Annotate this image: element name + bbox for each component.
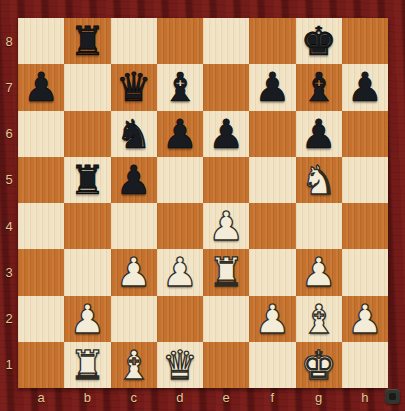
white-queen-icon[interactable]: ♛	[157, 342, 203, 388]
file-label-a: a	[18, 388, 64, 411]
square-h5[interactable]	[342, 157, 388, 203]
square-a6[interactable]	[18, 111, 64, 157]
black-pawn-icon[interactable]: ♟	[249, 64, 295, 110]
square-b2[interactable]: ♟	[64, 296, 110, 342]
square-b6[interactable]	[64, 111, 110, 157]
square-e4[interactable]: ♟	[203, 203, 249, 249]
chess-board[interactable]: ♜♚♟♛♝♟♝♟♞♟♟♟♜♟♞♟♟♟♜♟♟♟♝♟♜♝♛♚	[18, 18, 388, 388]
square-f5[interactable]	[249, 157, 295, 203]
square-d1[interactable]: ♛	[157, 342, 203, 388]
rank-label-1: 1	[0, 342, 18, 388]
square-d6[interactable]: ♟	[157, 111, 203, 157]
file-label-b: b	[64, 388, 110, 411]
white-rook-icon[interactable]: ♜	[64, 342, 110, 388]
square-g5[interactable]: ♞	[296, 157, 342, 203]
square-c2[interactable]	[111, 296, 157, 342]
black-pawn-icon[interactable]: ♟	[18, 64, 64, 110]
square-d2[interactable]	[157, 296, 203, 342]
square-g2[interactable]: ♝	[296, 296, 342, 342]
square-b7[interactable]	[64, 64, 110, 110]
square-g4[interactable]	[296, 203, 342, 249]
file-label-h: h	[342, 388, 388, 411]
square-d8[interactable]	[157, 18, 203, 64]
square-e6[interactable]: ♟	[203, 111, 249, 157]
square-c7[interactable]: ♛	[111, 64, 157, 110]
black-bishop-icon[interactable]: ♝	[296, 64, 342, 110]
square-f6[interactable]	[249, 111, 295, 157]
white-pawn-icon[interactable]: ♟	[203, 203, 249, 249]
white-rook-icon[interactable]: ♜	[203, 249, 249, 295]
square-f1[interactable]	[249, 342, 295, 388]
square-h2[interactable]: ♟	[342, 296, 388, 342]
white-king-icon[interactable]: ♚	[296, 342, 342, 388]
square-b4[interactable]	[64, 203, 110, 249]
rank-label-3: 3	[0, 249, 18, 295]
black-king-icon[interactable]: ♚	[296, 18, 342, 64]
file-label-c: c	[111, 388, 157, 411]
square-f3[interactable]	[249, 249, 295, 295]
white-pawn-icon[interactable]: ♟	[296, 249, 342, 295]
square-b1[interactable]: ♜	[64, 342, 110, 388]
square-g6[interactable]: ♟	[296, 111, 342, 157]
black-bishop-icon[interactable]: ♝	[157, 64, 203, 110]
square-a1[interactable]	[18, 342, 64, 388]
square-g3[interactable]: ♟	[296, 249, 342, 295]
square-c4[interactable]	[111, 203, 157, 249]
square-h4[interactable]	[342, 203, 388, 249]
side-to-move-indicator	[385, 389, 400, 404]
square-a4[interactable]	[18, 203, 64, 249]
square-d7[interactable]: ♝	[157, 64, 203, 110]
square-h6[interactable]	[342, 111, 388, 157]
square-a7[interactable]: ♟	[18, 64, 64, 110]
square-d5[interactable]	[157, 157, 203, 203]
white-pawn-icon[interactable]: ♟	[342, 296, 388, 342]
square-d3[interactable]: ♟	[157, 249, 203, 295]
square-f7[interactable]: ♟	[249, 64, 295, 110]
square-e1[interactable]	[203, 342, 249, 388]
black-rook-icon[interactable]: ♜	[64, 157, 110, 203]
white-bishop-icon[interactable]: ♝	[296, 296, 342, 342]
white-pawn-icon[interactable]: ♟	[249, 296, 295, 342]
file-label-d: d	[157, 388, 203, 411]
rank-label-4: 4	[0, 203, 18, 249]
black-rook-icon[interactable]: ♜	[64, 18, 110, 64]
square-e2[interactable]	[203, 296, 249, 342]
square-a2[interactable]	[18, 296, 64, 342]
square-a8[interactable]	[18, 18, 64, 64]
rank-label-2: 2	[0, 296, 18, 342]
square-b3[interactable]	[64, 249, 110, 295]
white-pawn-icon[interactable]: ♟	[111, 249, 157, 295]
white-bishop-icon[interactable]: ♝	[111, 342, 157, 388]
file-labels: abcdefgh	[18, 388, 388, 411]
rank-label-8: 8	[0, 18, 18, 64]
white-pawn-icon[interactable]: ♟	[157, 249, 203, 295]
file-label-f: f	[249, 388, 295, 411]
black-pawn-icon[interactable]: ♟	[342, 64, 388, 110]
file-label-g: g	[296, 388, 342, 411]
square-c5[interactable]: ♟	[111, 157, 157, 203]
rank-labels: 87654321	[0, 18, 18, 388]
square-f8[interactable]	[249, 18, 295, 64]
square-a3[interactable]	[18, 249, 64, 295]
square-e7[interactable]	[203, 64, 249, 110]
square-g8[interactable]: ♚	[296, 18, 342, 64]
square-c3[interactable]: ♟	[111, 249, 157, 295]
black-pawn-icon[interactable]: ♟	[157, 111, 203, 157]
square-c1[interactable]: ♝	[111, 342, 157, 388]
square-d4[interactable]	[157, 203, 203, 249]
square-a5[interactable]	[18, 157, 64, 203]
square-f2[interactable]: ♟	[249, 296, 295, 342]
square-b5[interactable]: ♜	[64, 157, 110, 203]
square-h1[interactable]	[342, 342, 388, 388]
white-knight-icon[interactable]: ♞	[296, 157, 342, 203]
rank-label-7: 7	[0, 64, 18, 110]
square-h7[interactable]: ♟	[342, 64, 388, 110]
rank-label-5: 5	[0, 157, 18, 203]
black-pawn-icon[interactable]: ♟	[296, 111, 342, 157]
square-h8[interactable]	[342, 18, 388, 64]
black-knight-icon[interactable]: ♞	[111, 111, 157, 157]
square-f4[interactable]	[249, 203, 295, 249]
file-label-e: e	[203, 388, 249, 411]
rank-label-6: 6	[0, 111, 18, 157]
square-e5[interactable]	[203, 157, 249, 203]
square-h3[interactable]	[342, 249, 388, 295]
black-queen-icon[interactable]: ♛	[111, 64, 157, 110]
board-frame: 87654321 ♜♚♟♛♝♟♝♟♞♟♟♟♜♟♞♟♟♟♜♟♟♟♝♟♜♝♛♚ ab…	[0, 0, 405, 411]
square-g7[interactable]: ♝	[296, 64, 342, 110]
square-e3[interactable]: ♜	[203, 249, 249, 295]
square-e8[interactable]	[203, 18, 249, 64]
white-pawn-icon[interactable]: ♟	[64, 296, 110, 342]
black-pawn-icon[interactable]: ♟	[111, 157, 157, 203]
square-g1[interactable]: ♚	[296, 342, 342, 388]
square-b8[interactable]: ♜	[64, 18, 110, 64]
square-c8[interactable]	[111, 18, 157, 64]
square-c6[interactable]: ♞	[111, 111, 157, 157]
side-to-move-dot	[389, 393, 396, 400]
black-pawn-icon[interactable]: ♟	[203, 111, 249, 157]
